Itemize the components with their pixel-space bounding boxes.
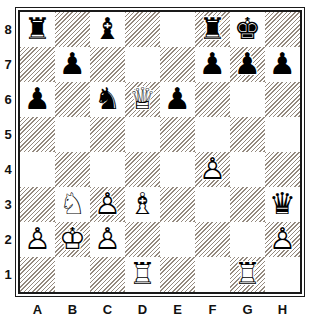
board-outer-frame: ♜♜♝♝♜♜♚♚♟♟♟♟♟♟♟♟♟♟♞♞♛♕♟♟♟♙♞♘♟♙♝♗♛♛♟♙♚♔♟♙… bbox=[15, 7, 305, 297]
square-d3[interactable]: ♝♗ bbox=[125, 187, 160, 222]
square-a2[interactable]: ♟♙ bbox=[20, 222, 55, 257]
rank-labels: 87654321 bbox=[1, 12, 15, 297]
square-g4[interactable] bbox=[230, 152, 265, 187]
square-a8[interactable]: ♜♜ bbox=[20, 12, 55, 47]
rank-label-5: 5 bbox=[1, 117, 15, 152]
square-a7[interactable] bbox=[20, 47, 55, 82]
black-pawn: ♟ bbox=[20, 82, 55, 117]
black-bishop: ♝ bbox=[90, 12, 125, 47]
square-d7[interactable] bbox=[125, 47, 160, 82]
square-h6[interactable] bbox=[265, 82, 300, 117]
square-g3[interactable] bbox=[230, 187, 265, 222]
square-g5[interactable] bbox=[230, 117, 265, 152]
file-label-e: E bbox=[160, 299, 195, 319]
square-a6[interactable]: ♟♟ bbox=[20, 82, 55, 117]
square-c3[interactable]: ♟♙ bbox=[90, 187, 125, 222]
black-queen: ♛ bbox=[265, 187, 300, 222]
rank-label-7: 7 bbox=[1, 47, 15, 82]
square-e5[interactable] bbox=[160, 117, 195, 152]
square-b2[interactable]: ♚♔ bbox=[55, 222, 90, 257]
square-f3[interactable] bbox=[195, 187, 230, 222]
square-b7[interactable]: ♟♟ bbox=[55, 47, 90, 82]
black-pawn: ♟ bbox=[265, 47, 300, 82]
square-h8[interactable] bbox=[265, 12, 300, 47]
black-knight: ♞ bbox=[90, 82, 125, 117]
square-c4[interactable] bbox=[90, 152, 125, 187]
square-h5[interactable] bbox=[265, 117, 300, 152]
file-label-g: G bbox=[230, 299, 265, 319]
black-pawn: ♟ bbox=[55, 47, 90, 82]
square-g1[interactable]: ♜♖ bbox=[230, 257, 265, 292]
chess-diagram: 87654321 ♜♜♝♝♜♜♚♚♟♟♟♟♟♟♟♟♟♟♞♞♛♕♟♟♟♙♞♘♟♙♝… bbox=[0, 0, 314, 319]
square-e1[interactable] bbox=[160, 257, 195, 292]
square-a3[interactable] bbox=[20, 187, 55, 222]
white-pawn: ♙ bbox=[20, 222, 55, 257]
square-c8[interactable]: ♝♝ bbox=[90, 12, 125, 47]
square-g6[interactable] bbox=[230, 82, 265, 117]
square-c5[interactable] bbox=[90, 117, 125, 152]
square-b8[interactable] bbox=[55, 12, 90, 47]
square-g8[interactable]: ♚♚ bbox=[230, 12, 265, 47]
file-label-f: F bbox=[195, 299, 230, 319]
square-e4[interactable] bbox=[160, 152, 195, 187]
file-label-h: H bbox=[265, 299, 300, 319]
black-pawn: ♟ bbox=[195, 47, 230, 82]
square-e7[interactable] bbox=[160, 47, 195, 82]
square-f6[interactable] bbox=[195, 82, 230, 117]
square-a4[interactable] bbox=[20, 152, 55, 187]
black-rook: ♜ bbox=[195, 12, 230, 47]
square-d2[interactable] bbox=[125, 222, 160, 257]
square-e8[interactable] bbox=[160, 12, 195, 47]
file-label-a: A bbox=[20, 299, 55, 319]
square-h4[interactable] bbox=[265, 152, 300, 187]
white-queen: ♕ bbox=[125, 82, 160, 117]
rank-label-4: 4 bbox=[1, 152, 15, 187]
square-h2[interactable]: ♟♙ bbox=[265, 222, 300, 257]
square-e6[interactable]: ♟♟ bbox=[160, 82, 195, 117]
file-labels: ABCDEFGH bbox=[20, 299, 305, 319]
rank-label-2: 2 bbox=[1, 222, 15, 257]
rank-label-8: 8 bbox=[1, 12, 15, 47]
file-label-d: D bbox=[125, 299, 160, 319]
square-f4[interactable]: ♟♙ bbox=[195, 152, 230, 187]
square-b5[interactable] bbox=[55, 117, 90, 152]
file-label-c: C bbox=[90, 299, 125, 319]
square-b3[interactable]: ♞♘ bbox=[55, 187, 90, 222]
square-f5[interactable] bbox=[195, 117, 230, 152]
white-rook: ♖ bbox=[230, 257, 265, 292]
white-rook: ♖ bbox=[125, 257, 160, 292]
square-b6[interactable] bbox=[55, 82, 90, 117]
rank-label-1: 1 bbox=[1, 257, 15, 292]
square-f1[interactable] bbox=[195, 257, 230, 292]
board: ♜♜♝♝♜♜♚♚♟♟♟♟♟♟♟♟♟♟♞♞♛♕♟♟♟♙♞♘♟♙♝♗♛♛♟♙♚♔♟♙… bbox=[20, 12, 300, 292]
square-b1[interactable] bbox=[55, 257, 90, 292]
square-d5[interactable] bbox=[125, 117, 160, 152]
white-pawn: ♙ bbox=[90, 222, 125, 257]
white-king: ♔ bbox=[55, 222, 90, 257]
square-a5[interactable] bbox=[20, 117, 55, 152]
square-f8[interactable]: ♜♜ bbox=[195, 12, 230, 47]
square-c1[interactable] bbox=[90, 257, 125, 292]
rank-label-3: 3 bbox=[1, 187, 15, 222]
square-c2[interactable]: ♟♙ bbox=[90, 222, 125, 257]
square-e2[interactable] bbox=[160, 222, 195, 257]
square-c6[interactable]: ♞♞ bbox=[90, 82, 125, 117]
square-c7[interactable] bbox=[90, 47, 125, 82]
white-bishop: ♗ bbox=[125, 187, 160, 222]
white-pawn: ♙ bbox=[265, 222, 300, 257]
square-e3[interactable] bbox=[160, 187, 195, 222]
square-f7[interactable]: ♟♟ bbox=[195, 47, 230, 82]
file-label-b: B bbox=[55, 299, 90, 319]
black-pawn: ♟ bbox=[160, 82, 195, 117]
square-d1[interactable]: ♜♖ bbox=[125, 257, 160, 292]
square-g2[interactable] bbox=[230, 222, 265, 257]
square-a1[interactable] bbox=[20, 257, 55, 292]
square-h3[interactable]: ♛♛ bbox=[265, 187, 300, 222]
square-h1[interactable] bbox=[265, 257, 300, 292]
square-g7[interactable]: ♟♟ bbox=[230, 47, 265, 82]
square-b4[interactable] bbox=[55, 152, 90, 187]
white-pawn: ♙ bbox=[90, 187, 125, 222]
rank-label-6: 6 bbox=[1, 82, 15, 117]
square-d4[interactable] bbox=[125, 152, 160, 187]
black-rook: ♜ bbox=[20, 12, 55, 47]
black-king: ♚ bbox=[230, 12, 265, 47]
square-f2[interactable] bbox=[195, 222, 230, 257]
square-h7[interactable]: ♟♟ bbox=[265, 47, 300, 82]
white-knight: ♘ bbox=[55, 187, 90, 222]
black-pawn: ♟ bbox=[230, 47, 265, 82]
board-frame: ♜♜♝♝♜♜♚♚♟♟♟♟♟♟♟♟♟♟♞♞♛♕♟♟♟♙♞♘♟♙♝♗♛♛♟♙♚♔♟♙… bbox=[18, 10, 302, 294]
white-pawn: ♙ bbox=[195, 152, 230, 187]
square-d6[interactable]: ♛♕ bbox=[125, 82, 160, 117]
square-d8[interactable] bbox=[125, 12, 160, 47]
